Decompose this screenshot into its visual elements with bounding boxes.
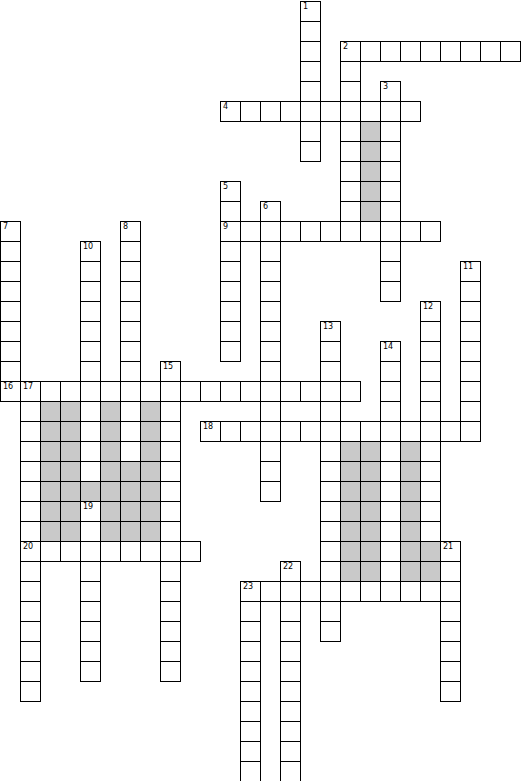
cell-27-8[interactable]	[160, 541, 181, 562]
cell-38-12[interactable]	[240, 761, 261, 781]
cell-13-4[interactable]	[80, 261, 101, 282]
cell-7-17[interactable]	[340, 141, 361, 162]
cell-16-0[interactable]	[0, 321, 21, 342]
cell-21-21[interactable]	[420, 421, 441, 442]
cell-30-14[interactable]	[280, 601, 301, 622]
shaded-cell-24-6	[120, 481, 141, 502]
clue-number-10: 10	[83, 242, 93, 251]
cell-19-9[interactable]	[180, 381, 201, 402]
cell-26-1[interactable]	[20, 521, 41, 542]
cell-13-13[interactable]	[260, 261, 281, 282]
clue-number-11: 11	[463, 262, 473, 271]
cell-21-18[interactable]	[360, 421, 381, 442]
cell-18-16[interactable]	[320, 361, 341, 382]
cell-17-11[interactable]	[220, 341, 241, 362]
shaded-cell-23-6	[120, 461, 141, 482]
cell-12-13[interactable]	[260, 241, 281, 262]
cell-17-0[interactable]	[0, 341, 21, 362]
cell-17-19[interactable]: 14	[380, 341, 401, 362]
cell-12-19[interactable]	[380, 241, 401, 262]
cell-25-4[interactable]: 19	[80, 501, 101, 522]
cell-29-13[interactable]	[260, 581, 281, 602]
cell-19-21[interactable]	[420, 381, 441, 402]
clue-number-8: 8	[123, 222, 128, 231]
shaded-cell-22-3	[60, 441, 81, 462]
cell-33-4[interactable]	[80, 661, 101, 682]
cell-28-16[interactable]	[320, 561, 341, 582]
cell-13-0[interactable]	[0, 261, 21, 282]
cell-15-6[interactable]	[120, 301, 141, 322]
clue-number-1: 1	[303, 2, 308, 11]
cell-14-19[interactable]	[380, 281, 401, 302]
clue-number-22: 22	[283, 562, 293, 571]
cell-21-10[interactable]: 18	[200, 421, 221, 442]
cell-10-19[interactable]	[380, 201, 401, 222]
cell-19-10[interactable]	[200, 381, 221, 402]
cell-16-21[interactable]	[420, 321, 441, 342]
cell-11-11[interactable]: 9	[220, 221, 241, 242]
cell-27-6[interactable]	[120, 541, 141, 562]
cell-5-18[interactable]	[360, 101, 381, 122]
cell-28-14[interactable]: 22	[280, 561, 301, 582]
cell-15-23[interactable]	[460, 301, 481, 322]
cell-26-4[interactable]	[80, 521, 101, 542]
cell-29-4[interactable]	[80, 581, 101, 602]
cell-25-21[interactable]	[420, 501, 441, 522]
cell-38-14[interactable]	[280, 761, 301, 781]
cell-2-17[interactable]: 2	[340, 41, 361, 62]
cell-27-2[interactable]	[40, 541, 61, 562]
cell-21-8[interactable]	[160, 421, 181, 442]
cell-20-16[interactable]	[320, 401, 341, 422]
cell-5-20[interactable]	[400, 101, 421, 122]
cell-25-16[interactable]	[320, 501, 341, 522]
cell-19-0[interactable]: 16	[0, 381, 21, 402]
cell-29-22[interactable]	[440, 581, 461, 602]
cell-11-12[interactable]	[240, 221, 261, 242]
cell-27-16[interactable]	[320, 541, 341, 562]
shaded-cell-20-2	[40, 401, 61, 422]
cell-5-19[interactable]	[380, 101, 401, 122]
cell-9-11[interactable]: 5	[220, 181, 241, 202]
cell-22-13[interactable]	[260, 441, 281, 462]
cell-26-19[interactable]	[380, 521, 401, 542]
cell-30-4[interactable]	[80, 601, 101, 622]
cell-29-8[interactable]	[160, 581, 181, 602]
cell-29-18[interactable]	[360, 581, 381, 602]
cell-19-8[interactable]	[160, 381, 181, 402]
shaded-cell-24-3	[60, 481, 81, 502]
cell-34-22[interactable]	[440, 681, 461, 702]
cell-29-21[interactable]	[420, 581, 441, 602]
cell-0-15[interactable]: 1	[300, 1, 321, 22]
cell-5-16[interactable]	[320, 101, 341, 122]
cell-23-13[interactable]	[260, 461, 281, 482]
cell-2-24[interactable]	[480, 41, 501, 62]
cell-2-22[interactable]	[440, 41, 461, 62]
cell-29-17[interactable]	[340, 581, 361, 602]
cell-2-15[interactable]	[300, 41, 321, 62]
cell-17-6[interactable]	[120, 341, 141, 362]
cell-22-19[interactable]	[380, 441, 401, 462]
cell-5-15[interactable]	[300, 101, 321, 122]
cell-2-19[interactable]	[380, 41, 401, 62]
cell-34-14[interactable]	[280, 681, 301, 702]
cell-30-12[interactable]	[240, 601, 261, 622]
shaded-cell-28-18	[360, 561, 381, 582]
cell-37-12[interactable]	[240, 741, 261, 762]
cell-21-19[interactable]	[380, 421, 401, 442]
cell-35-12[interactable]	[240, 701, 261, 722]
cell-11-20[interactable]	[400, 221, 421, 242]
clue-number-9: 9	[223, 222, 228, 231]
cell-14-23[interactable]	[460, 281, 481, 302]
cell-19-23[interactable]	[460, 381, 481, 402]
shaded-cell-21-7	[140, 421, 161, 442]
cell-19-7[interactable]	[140, 381, 161, 402]
cell-3-15[interactable]	[300, 61, 321, 82]
cell-11-17[interactable]	[340, 221, 361, 242]
cell-19-15[interactable]	[300, 381, 321, 402]
cell-22-16[interactable]	[320, 441, 341, 462]
cell-12-0[interactable]	[0, 241, 21, 262]
cell-10-13[interactable]: 6	[260, 201, 281, 222]
cell-7-19[interactable]	[380, 141, 401, 162]
cell-27-3[interactable]	[60, 541, 81, 562]
cell-20-1[interactable]	[20, 401, 41, 422]
cell-4-15[interactable]	[300, 81, 321, 102]
cell-5-12[interactable]	[240, 101, 261, 122]
cell-30-16[interactable]	[320, 601, 341, 622]
cell-16-11[interactable]	[220, 321, 241, 342]
cell-15-4[interactable]	[80, 301, 101, 322]
cell-27-5[interactable]	[100, 541, 121, 562]
cell-21-14[interactable]	[280, 421, 301, 442]
cell-19-16[interactable]	[320, 381, 341, 402]
cell-5-14[interactable]	[280, 101, 301, 122]
cell-1-15[interactable]	[300, 21, 321, 42]
cell-23-16[interactable]	[320, 461, 341, 482]
cell-2-25[interactable]	[500, 41, 521, 62]
cell-32-8[interactable]	[160, 641, 181, 662]
shaded-cell-25-6	[120, 501, 141, 522]
shaded-cell-23-17	[340, 461, 361, 482]
cell-28-8[interactable]	[160, 561, 181, 582]
shaded-cell-25-3	[60, 501, 81, 522]
cell-5-11[interactable]: 4	[220, 101, 241, 122]
shaded-cell-23-5	[100, 461, 121, 482]
cell-20-8[interactable]	[160, 401, 181, 422]
cell-5-13[interactable]	[260, 101, 281, 122]
cell-22-4[interactable]	[80, 441, 101, 462]
cell-29-15[interactable]	[300, 581, 321, 602]
cell-20-19[interactable]	[380, 401, 401, 422]
cell-16-16[interactable]: 13	[320, 321, 341, 342]
cell-16-4[interactable]	[80, 321, 101, 342]
cell-12-6[interactable]	[120, 241, 141, 262]
cell-32-22[interactable]	[440, 641, 461, 662]
cell-23-8[interactable]	[160, 461, 181, 482]
cell-33-12[interactable]	[240, 661, 261, 682]
cell-8-19[interactable]	[380, 161, 401, 182]
cell-23-4[interactable]	[80, 461, 101, 482]
cell-21-20[interactable]	[400, 421, 421, 442]
cell-35-14[interactable]	[280, 701, 301, 722]
cell-25-1[interactable]	[20, 501, 41, 522]
cell-21-17[interactable]	[340, 421, 361, 442]
cell-11-0[interactable]: 7	[0, 221, 21, 242]
cell-15-0[interactable]	[0, 301, 21, 322]
cell-24-1[interactable]	[20, 481, 41, 502]
cell-24-8[interactable]	[160, 481, 181, 502]
cell-21-4[interactable]	[80, 421, 101, 442]
cell-19-11[interactable]	[220, 381, 241, 402]
cell-19-2[interactable]	[40, 381, 61, 402]
cell-28-22[interactable]	[440, 561, 461, 582]
cell-19-17[interactable]	[340, 381, 361, 402]
cell-19-3[interactable]	[60, 381, 81, 402]
cell-31-12[interactable]	[240, 621, 261, 642]
cell-23-1[interactable]	[20, 461, 41, 482]
cell-26-21[interactable]	[420, 521, 441, 542]
cell-21-12[interactable]	[240, 421, 261, 442]
cell-27-4[interactable]	[80, 541, 101, 562]
cell-25-8[interactable]	[160, 501, 181, 522]
cell-31-4[interactable]	[80, 621, 101, 642]
cell-16-23[interactable]	[460, 321, 481, 342]
cell-13-6[interactable]	[120, 261, 141, 282]
cell-11-6[interactable]: 8	[120, 221, 141, 242]
cell-29-14[interactable]	[280, 581, 301, 602]
cell-16-6[interactable]	[120, 321, 141, 342]
clue-number-7: 7	[3, 222, 8, 231]
cell-10-11[interactable]	[220, 201, 241, 222]
cell-22-21[interactable]	[420, 441, 441, 462]
cell-18-23[interactable]	[460, 361, 481, 382]
cell-13-11[interactable]	[220, 261, 241, 282]
cell-27-7[interactable]	[140, 541, 161, 562]
cell-17-21[interactable]	[420, 341, 441, 362]
cell-6-15[interactable]	[300, 121, 321, 142]
cell-20-23[interactable]	[460, 401, 481, 422]
cell-32-4[interactable]	[80, 641, 101, 662]
cell-28-19[interactable]	[380, 561, 401, 582]
cell-29-1[interactable]	[20, 581, 41, 602]
cell-19-13[interactable]	[260, 381, 281, 402]
clue-number-18: 18	[203, 422, 213, 431]
clue-number-23: 23	[243, 582, 253, 591]
shaded-cell-27-21	[420, 541, 441, 562]
cell-27-9[interactable]	[180, 541, 201, 562]
cell-2-20[interactable]	[400, 41, 421, 62]
cell-20-6[interactable]	[120, 401, 141, 422]
cell-22-1[interactable]	[20, 441, 41, 462]
clue-number-4: 4	[223, 102, 228, 111]
cell-11-16[interactable]	[320, 221, 341, 242]
cell-19-1[interactable]: 17	[20, 381, 41, 402]
clue-number-21: 21	[443, 542, 453, 551]
cell-8-17[interactable]	[340, 161, 361, 182]
cell-10-17[interactable]	[340, 201, 361, 222]
cell-14-11[interactable]	[220, 281, 241, 302]
cell-29-16[interactable]	[320, 581, 341, 602]
clue-number-6: 6	[263, 202, 268, 211]
cell-4-19[interactable]: 3	[380, 81, 401, 102]
cell-21-13[interactable]	[260, 421, 281, 442]
cell-19-4[interactable]	[80, 381, 101, 402]
cell-18-8[interactable]: 15	[160, 361, 181, 382]
cell-20-13[interactable]	[260, 401, 281, 422]
cell-13-19[interactable]	[380, 261, 401, 282]
cell-33-8[interactable]	[160, 661, 181, 682]
cell-11-14[interactable]	[280, 221, 301, 242]
cell-20-4[interactable]	[80, 401, 101, 422]
clue-number-15: 15	[163, 362, 173, 371]
cell-2-18[interactable]	[360, 41, 381, 62]
cell-32-12[interactable]	[240, 641, 261, 662]
clue-number-16: 16	[3, 382, 13, 391]
cell-18-21[interactable]	[420, 361, 441, 382]
cell-33-22[interactable]	[440, 661, 461, 682]
cell-11-21[interactable]	[420, 221, 441, 242]
crossword-grid: 1234567891011121314151617181920212223	[0, 0, 521, 781]
cell-13-23[interactable]: 11	[460, 261, 481, 282]
cell-19-5[interactable]	[100, 381, 121, 402]
cell-37-14[interactable]	[280, 741, 301, 762]
cell-17-16[interactable]	[320, 341, 341, 362]
cell-31-14[interactable]	[280, 621, 301, 642]
cell-24-21[interactable]	[420, 481, 441, 502]
shaded-cell-10-18	[360, 201, 381, 222]
cell-21-16[interactable]	[320, 421, 341, 442]
cell-30-22[interactable]	[440, 601, 461, 622]
cell-18-19[interactable]	[380, 361, 401, 382]
cell-11-13[interactable]	[260, 221, 281, 242]
cell-26-8[interactable]	[160, 521, 181, 542]
cell-30-8[interactable]	[160, 601, 181, 622]
cell-20-21[interactable]	[420, 401, 441, 422]
cell-21-11[interactable]	[220, 421, 241, 442]
cell-27-1[interactable]: 20	[20, 541, 41, 562]
shaded-cell-25-17	[340, 501, 361, 522]
cell-34-1[interactable]	[20, 681, 41, 702]
shaded-cell-22-5	[100, 441, 121, 462]
cell-30-1[interactable]	[20, 601, 41, 622]
cell-31-1[interactable]	[20, 621, 41, 642]
cell-27-22[interactable]: 21	[440, 541, 461, 562]
cell-32-14[interactable]	[280, 641, 301, 662]
cell-15-11[interactable]	[220, 301, 241, 322]
cell-5-17[interactable]	[340, 101, 361, 122]
cell-18-13[interactable]	[260, 361, 281, 382]
cell-14-13[interactable]	[260, 281, 281, 302]
shaded-cell-28-20	[400, 561, 421, 582]
cell-23-19[interactable]	[380, 461, 401, 482]
cell-9-19[interactable]	[380, 181, 401, 202]
cell-19-14[interactable]	[280, 381, 301, 402]
cell-24-16[interactable]	[320, 481, 341, 502]
cell-21-1[interactable]	[20, 421, 41, 442]
shaded-cell-22-20	[400, 441, 421, 462]
cell-19-19[interactable]	[380, 381, 401, 402]
cell-2-23[interactable]	[460, 41, 481, 62]
cell-24-19[interactable]	[380, 481, 401, 502]
shaded-cell-26-18	[360, 521, 381, 542]
cell-18-0[interactable]	[0, 361, 21, 382]
cell-18-4[interactable]	[80, 361, 101, 382]
cell-29-20[interactable]	[400, 581, 421, 602]
shaded-cell-7-18	[360, 141, 381, 162]
cell-14-6[interactable]	[120, 281, 141, 302]
cell-22-8[interactable]	[160, 441, 181, 462]
cell-24-13[interactable]	[260, 481, 281, 502]
cell-4-17[interactable]	[340, 81, 361, 102]
cell-17-13[interactable]	[260, 341, 281, 362]
cell-11-19[interactable]	[380, 221, 401, 242]
cell-32-1[interactable]	[20, 641, 41, 662]
cell-33-1[interactable]	[20, 661, 41, 682]
cell-23-21[interactable]	[420, 461, 441, 482]
shaded-cell-20-5	[100, 401, 121, 422]
cell-21-6[interactable]	[120, 421, 141, 442]
shaded-cell-24-2	[40, 481, 61, 502]
cell-27-19[interactable]	[380, 541, 401, 562]
cell-18-6[interactable]	[120, 361, 141, 382]
cell-33-14[interactable]	[280, 661, 301, 682]
cell-21-22[interactable]	[440, 421, 461, 442]
cell-15-21[interactable]: 12	[420, 301, 441, 322]
cell-12-4[interactable]: 10	[80, 241, 101, 262]
cell-11-15[interactable]	[300, 221, 321, 242]
cell-29-19[interactable]	[380, 581, 401, 602]
cell-12-11[interactable]	[220, 241, 241, 262]
cell-34-12[interactable]	[240, 681, 261, 702]
cell-3-17[interactable]	[340, 61, 361, 82]
cell-17-4[interactable]	[80, 341, 101, 362]
cell-2-21[interactable]	[420, 41, 441, 62]
cell-36-14[interactable]	[280, 721, 301, 742]
cell-6-17[interactable]	[340, 121, 361, 142]
cell-21-23[interactable]	[460, 421, 481, 442]
shaded-cell-26-6	[120, 521, 141, 542]
cell-21-15[interactable]	[300, 421, 321, 442]
cell-11-18[interactable]	[360, 221, 381, 242]
cell-36-12[interactable]	[240, 721, 261, 742]
cell-29-12[interactable]: 23	[240, 581, 261, 602]
cell-15-13[interactable]	[260, 301, 281, 322]
cell-28-1[interactable]	[20, 561, 41, 582]
cell-31-8[interactable]	[160, 621, 181, 642]
shaded-cell-25-5	[100, 501, 121, 522]
cell-28-4[interactable]	[80, 561, 101, 582]
cell-26-16[interactable]	[320, 521, 341, 542]
cell-16-13[interactable]	[260, 321, 281, 342]
cell-14-0[interactable]	[0, 281, 21, 302]
cell-31-22[interactable]	[440, 621, 461, 642]
cell-22-6[interactable]	[120, 441, 141, 462]
cell-19-6[interactable]	[120, 381, 141, 402]
shaded-cell-22-7	[140, 441, 161, 462]
cell-6-19[interactable]	[380, 121, 401, 142]
clue-number-12: 12	[423, 302, 433, 311]
cell-19-12[interactable]	[240, 381, 261, 402]
cell-31-16[interactable]	[320, 621, 341, 642]
cell-7-15[interactable]	[300, 141, 321, 162]
cell-17-23[interactable]	[460, 341, 481, 362]
cell-25-19[interactable]	[380, 501, 401, 522]
cell-14-4[interactable]	[80, 281, 101, 302]
cell-9-17[interactable]	[340, 181, 361, 202]
